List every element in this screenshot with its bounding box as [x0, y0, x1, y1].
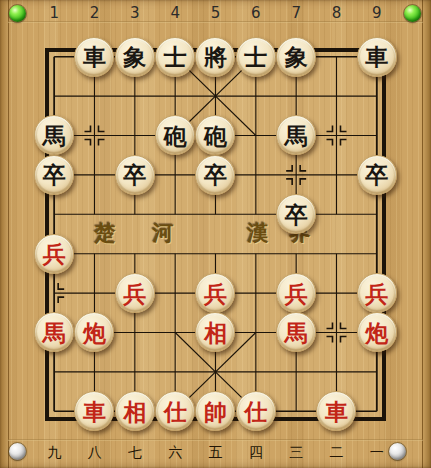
intersection-r2-c2[interactable] [74, 116, 114, 155]
intersection-r1-c8[interactable] [316, 76, 356, 115]
piece-black-soldier[interactable]: 卒 [34, 155, 74, 195]
intersection-r4-c8[interactable] [316, 195, 356, 234]
piece-black-chariot[interactable]: 車 [74, 37, 114, 77]
intersection-r9-c4[interactable]: 仕 [155, 392, 195, 431]
intersection-r5-c6[interactable] [236, 234, 276, 273]
file-label-bottom-2: 八 [83, 444, 105, 462]
piece-glyph: 馬 [285, 321, 308, 344]
xiangqi-board: 楚河漢界 車象士將士象車馬砲砲馬卒卒卒卒卒兵兵兵兵兵馬炮相馬炮車相仕帥仕車 [34, 37, 397, 431]
intersection-r2-c1[interactable]: 馬 [34, 116, 74, 155]
intersection-r4-c1[interactable] [34, 195, 74, 234]
intersection-r7-c6[interactable] [236, 313, 276, 352]
intersection-r3-c9[interactable]: 卒 [357, 155, 397, 194]
piece-red-cannon[interactable]: 炮 [357, 312, 397, 352]
intersection-r5-c5[interactable] [195, 234, 235, 273]
file-label-bottom-7: 三 [285, 444, 307, 462]
status-light-bottom-right [389, 443, 406, 460]
intersection-r1-c4[interactable] [155, 76, 195, 115]
piece-black-soldier[interactable]: 卒 [115, 155, 155, 195]
piece-glyph: 車 [83, 400, 106, 423]
intersection-r7-c1[interactable]: 馬 [34, 313, 74, 352]
piece-glyph: 兵 [365, 282, 388, 305]
intersection-r7-c8[interactable] [316, 313, 356, 352]
intersection-r1-c1[interactable] [34, 76, 74, 115]
intersection-r5-c4[interactable] [155, 234, 195, 273]
intersection-r6-c3[interactable]: 兵 [115, 273, 155, 312]
board-intersections: 車象士將士象車馬砲砲馬卒卒卒卒卒兵兵兵兵兵馬炮相馬炮車相仕帥仕車 [34, 37, 397, 431]
intersection-r0-c2[interactable]: 車 [74, 37, 114, 76]
file-label-bottom-6: 四 [245, 444, 267, 462]
file-label-bottom-5: 五 [204, 444, 226, 462]
intersection-r4-c7[interactable]: 卒 [276, 195, 316, 234]
intersection-r8-c5[interactable] [195, 352, 235, 391]
piece-glyph: 士 [164, 45, 187, 68]
intersection-r3-c6[interactable] [236, 155, 276, 194]
frame-edge-left [0, 0, 9, 468]
intersection-r2-c6[interactable] [236, 116, 276, 155]
intersection-r4-c5[interactable] [195, 195, 235, 234]
intersection-r4-c6[interactable] [236, 195, 276, 234]
file-label-top-5: 5 [204, 4, 226, 22]
intersection-r2-c5[interactable]: 砲 [195, 116, 235, 155]
piece-red-soldier[interactable]: 兵 [195, 273, 235, 313]
piece-red-chariot[interactable]: 車 [74, 391, 114, 431]
piece-black-advisor[interactable]: 士 [155, 37, 195, 77]
piece-glyph: 士 [244, 45, 267, 68]
piece-glyph: 兵 [43, 242, 66, 265]
intersection-r4-c2[interactable] [74, 195, 114, 234]
intersection-r0-c7[interactable]: 象 [276, 37, 316, 76]
piece-red-elephant[interactable]: 相 [115, 391, 155, 431]
intersection-r3-c3[interactable]: 卒 [115, 155, 155, 194]
frame-groove-bottom [8, 439, 423, 441]
file-label-top-2: 2 [83, 4, 105, 22]
intersection-r5-c1[interactable]: 兵 [34, 234, 74, 273]
status-light-top-left [9, 5, 26, 22]
file-label-bottom-4: 六 [164, 444, 186, 462]
piece-red-advisor[interactable]: 仕 [236, 391, 276, 431]
piece-glyph: 車 [325, 400, 348, 423]
intersection-r8-c7[interactable] [276, 352, 316, 391]
intersection-r5-c2[interactable] [74, 234, 114, 273]
piece-black-advisor[interactable]: 士 [236, 37, 276, 77]
intersection-r7-c9[interactable]: 炮 [357, 313, 397, 352]
intersection-r1-c6[interactable] [236, 76, 276, 115]
intersection-r6-c2[interactable] [74, 273, 114, 312]
intersection-r1-c2[interactable] [74, 76, 114, 115]
piece-black-soldier[interactable]: 卒 [357, 155, 397, 195]
intersection-r8-c8[interactable] [316, 352, 356, 391]
file-label-bottom-1: 九 [43, 444, 65, 462]
intersection-r0-c6[interactable]: 士 [236, 37, 276, 76]
piece-red-elephant[interactable]: 相 [195, 312, 235, 352]
file-label-top-1: 1 [43, 4, 65, 22]
frame-groove-top [8, 21, 423, 23]
piece-glyph: 仕 [244, 400, 267, 423]
intersection-r4-c9[interactable] [357, 195, 397, 234]
file-label-top-7: 7 [285, 4, 307, 22]
intersection-r6-c8[interactable] [316, 273, 356, 312]
piece-glyph: 車 [365, 45, 388, 68]
intersection-r5-c9[interactable] [357, 234, 397, 273]
piece-red-horse[interactable]: 馬 [34, 312, 74, 352]
piece-glyph: 卒 [43, 163, 66, 186]
piece-glyph: 兵 [204, 282, 227, 305]
piece-glyph: 相 [204, 321, 227, 344]
piece-glyph: 卒 [123, 163, 146, 186]
status-light-bottom-left [9, 443, 26, 460]
intersection-r7-c3[interactable] [115, 313, 155, 352]
intersection-r2-c8[interactable] [316, 116, 356, 155]
piece-glyph: 馬 [43, 124, 66, 147]
piece-glyph: 砲 [164, 124, 187, 147]
intersection-r8-c2[interactable] [74, 352, 114, 391]
intersection-r0-c8[interactable] [316, 37, 356, 76]
piece-glyph: 卒 [365, 163, 388, 186]
intersection-r9-c5[interactable]: 帥 [195, 392, 235, 431]
intersection-r2-c9[interactable] [357, 116, 397, 155]
piece-red-advisor[interactable]: 仕 [155, 391, 195, 431]
intersection-r9-c8[interactable]: 車 [316, 392, 356, 431]
piece-glyph: 相 [123, 400, 146, 423]
piece-black-soldier[interactable]: 卒 [276, 194, 316, 234]
file-label-top-3: 3 [124, 4, 146, 22]
piece-glyph: 帥 [204, 400, 227, 423]
intersection-r8-c4[interactable] [155, 352, 195, 391]
piece-glyph: 象 [285, 45, 308, 68]
intersection-r8-c1[interactable] [34, 352, 74, 391]
piece-red-cannon[interactable]: 炮 [74, 312, 114, 352]
piece-red-soldier[interactable]: 兵 [34, 234, 74, 274]
intersection-r3-c2[interactable] [74, 155, 114, 194]
intersection-r0-c4[interactable]: 士 [155, 37, 195, 76]
piece-glyph: 炮 [365, 321, 388, 344]
intersection-r6-c6[interactable] [236, 273, 276, 312]
file-label-top-6: 6 [245, 4, 267, 22]
intersection-r4-c3[interactable] [115, 195, 155, 234]
piece-glyph: 馬 [285, 124, 308, 147]
intersection-r8-c6[interactable] [236, 352, 276, 391]
intersection-r8-c3[interactable] [115, 352, 155, 391]
file-label-bottom-3: 七 [124, 444, 146, 462]
piece-black-chariot[interactable]: 車 [357, 37, 397, 77]
intersection-r0-c9[interactable]: 車 [357, 37, 397, 76]
intersection-r9-c6[interactable]: 仕 [236, 392, 276, 431]
intersection-r9-c9[interactable] [357, 392, 397, 431]
piece-black-cannon[interactable]: 砲 [195, 115, 235, 155]
intersection-r0-c5[interactable]: 將 [195, 37, 235, 76]
intersection-r8-c9[interactable] [357, 352, 397, 391]
intersection-r3-c7[interactable] [276, 155, 316, 194]
intersection-r2-c3[interactable] [115, 116, 155, 155]
intersection-r5-c7[interactable] [276, 234, 316, 273]
intersection-r7-c2[interactable]: 炮 [74, 313, 114, 352]
intersection-r1-c3[interactable] [115, 76, 155, 115]
piece-glyph: 砲 [204, 124, 227, 147]
intersection-r3-c1[interactable]: 卒 [34, 155, 74, 194]
piece-glyph: 象 [123, 45, 146, 68]
piece-glyph: 兵 [123, 282, 146, 305]
intersection-r1-c9[interactable] [357, 76, 397, 115]
intersection-r1-c5[interactable] [195, 76, 235, 115]
intersection-r1-c7[interactable] [276, 76, 316, 115]
intersection-r6-c9[interactable]: 兵 [357, 273, 397, 312]
piece-glyph: 卒 [285, 203, 308, 226]
intersection-r0-c1[interactable] [34, 37, 74, 76]
intersection-r5-c3[interactable] [115, 234, 155, 273]
piece-black-general[interactable]: 將 [195, 37, 235, 77]
intersection-r0-c3[interactable]: 象 [115, 37, 155, 76]
intersection-r3-c4[interactable] [155, 155, 195, 194]
piece-red-soldier[interactable]: 兵 [276, 273, 316, 313]
file-label-top-8: 8 [325, 4, 347, 22]
piece-glyph: 將 [204, 45, 227, 68]
intersection-r6-c4[interactable] [155, 273, 195, 312]
piece-black-cannon[interactable]: 砲 [155, 115, 195, 155]
intersection-r2-c7[interactable]: 馬 [276, 116, 316, 155]
intersection-r2-c4[interactable]: 砲 [155, 116, 195, 155]
piece-black-horse[interactable]: 馬 [34, 115, 74, 155]
file-label-top-4: 4 [164, 4, 186, 22]
piece-black-soldier[interactable]: 卒 [195, 155, 235, 195]
intersection-r5-c8[interactable] [316, 234, 356, 273]
file-label-bottom-8: 二 [325, 444, 347, 462]
piece-black-elephant[interactable]: 象 [276, 37, 316, 77]
file-label-bottom-9: 一 [366, 444, 388, 462]
status-light-top-right [404, 5, 421, 22]
piece-red-chariot[interactable]: 車 [316, 391, 356, 431]
piece-red-horse[interactable]: 馬 [276, 312, 316, 352]
piece-black-horse[interactable]: 馬 [276, 115, 316, 155]
intersection-r9-c3[interactable]: 相 [115, 392, 155, 431]
intersection-r7-c7[interactable]: 馬 [276, 313, 316, 352]
piece-red-general[interactable]: 帥 [195, 391, 235, 431]
piece-glyph: 炮 [83, 321, 106, 344]
piece-black-elephant[interactable]: 象 [115, 37, 155, 77]
piece-glyph: 卒 [204, 163, 227, 186]
piece-glyph: 兵 [285, 282, 308, 305]
xiangqi-app-window: 123456789 九八七六五四三二一 楚河漢界 車象士將士象車馬砲砲馬卒卒卒卒… [0, 0, 431, 468]
frame-edge-right [422, 0, 431, 468]
piece-red-soldier[interactable]: 兵 [115, 273, 155, 313]
piece-glyph: 馬 [43, 321, 66, 344]
intersection-r6-c5[interactable]: 兵 [195, 273, 235, 312]
piece-glyph: 車 [83, 45, 106, 68]
intersection-r3-c8[interactable] [316, 155, 356, 194]
file-label-top-9: 9 [366, 4, 388, 22]
piece-red-soldier[interactable]: 兵 [357, 273, 397, 313]
intersection-r7-c5[interactable]: 相 [195, 313, 235, 352]
intersection-r7-c4[interactable] [155, 313, 195, 352]
intersection-r9-c2[interactable]: 車 [74, 392, 114, 431]
piece-glyph: 仕 [164, 400, 187, 423]
intersection-r6-c7[interactable]: 兵 [276, 273, 316, 312]
intersection-r4-c4[interactable] [155, 195, 195, 234]
intersection-r3-c5[interactable]: 卒 [195, 155, 235, 194]
intersection-r9-c1[interactable] [34, 392, 74, 431]
intersection-r6-c1[interactable] [34, 273, 74, 312]
intersection-r9-c7[interactable] [276, 392, 316, 431]
